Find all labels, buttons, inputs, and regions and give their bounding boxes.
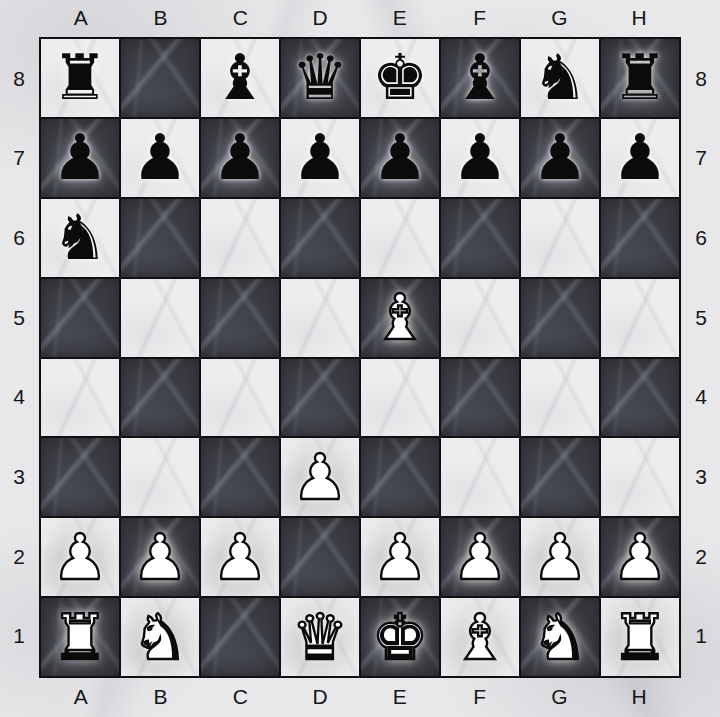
square-b2[interactable]: ♟ bbox=[121, 518, 199, 596]
square-a7[interactable]: ♟ bbox=[41, 119, 119, 197]
square-g3[interactable] bbox=[521, 438, 599, 516]
square-b6[interactable] bbox=[121, 199, 199, 277]
piece-black-king[interactable]: ♚ bbox=[372, 46, 428, 109]
rank-label-right-2: 2 bbox=[682, 517, 720, 597]
file-label-top-d: D bbox=[280, 0, 360, 36]
piece-black-knight[interactable]: ♞ bbox=[52, 206, 108, 269]
rank-label-right-4: 4 bbox=[682, 358, 720, 438]
piece-black-rook[interactable]: ♜ bbox=[52, 46, 108, 109]
piece-black-rook[interactable]: ♜ bbox=[612, 46, 668, 109]
square-h1[interactable]: ♜ bbox=[601, 598, 679, 676]
rank-label-right-7: 7 bbox=[682, 119, 720, 199]
square-g6[interactable] bbox=[521, 199, 599, 277]
square-c5[interactable] bbox=[201, 279, 279, 357]
rank-label-left-6: 6 bbox=[0, 198, 38, 278]
piece-white-king[interactable]: ♚ bbox=[372, 606, 428, 669]
rank-label-right-8: 8 bbox=[682, 39, 720, 119]
piece-white-pawn[interactable]: ♟ bbox=[532, 526, 588, 589]
piece-white-queen[interactable]: ♛ bbox=[292, 606, 348, 669]
file-label-bottom-a: A bbox=[41, 678, 121, 716]
square-g8[interactable]: ♞ bbox=[521, 39, 599, 117]
file-labels-top: ABCDEFGH bbox=[41, 0, 679, 36]
piece-black-pawn[interactable]: ♟ bbox=[372, 126, 428, 189]
square-c8[interactable]: ♝ bbox=[201, 39, 279, 117]
piece-black-bishop[interactable]: ♝ bbox=[212, 46, 268, 109]
piece-white-rook[interactable]: ♜ bbox=[52, 606, 108, 669]
rank-label-right-1: 1 bbox=[682, 596, 720, 676]
square-h6[interactable] bbox=[601, 199, 679, 277]
square-c4[interactable] bbox=[201, 359, 279, 437]
square-d5[interactable] bbox=[281, 279, 359, 357]
square-f6[interactable] bbox=[441, 199, 519, 277]
rank-label-left-7: 7 bbox=[0, 119, 38, 199]
piece-white-pawn[interactable]: ♟ bbox=[132, 526, 188, 589]
square-a8[interactable]: ♜ bbox=[41, 39, 119, 117]
square-d4[interactable] bbox=[281, 359, 359, 437]
file-label-top-g: G bbox=[520, 0, 600, 36]
square-g2[interactable]: ♟ bbox=[521, 518, 599, 596]
square-e1[interactable]: ♚ bbox=[361, 598, 439, 676]
rank-label-left-5: 5 bbox=[0, 278, 38, 358]
rank-labels-right: 87654321 bbox=[682, 39, 720, 676]
rank-label-left-2: 2 bbox=[0, 517, 38, 597]
square-d6[interactable] bbox=[281, 199, 359, 277]
piece-white-pawn[interactable]: ♟ bbox=[612, 526, 668, 589]
square-h7[interactable]: ♟ bbox=[601, 119, 679, 197]
square-f5[interactable] bbox=[441, 279, 519, 357]
square-c3[interactable] bbox=[201, 438, 279, 516]
piece-black-queen[interactable]: ♛ bbox=[292, 46, 348, 109]
square-e4[interactable] bbox=[361, 359, 439, 437]
piece-black-pawn[interactable]: ♟ bbox=[132, 126, 188, 189]
piece-white-bishop[interactable]: ♝ bbox=[372, 286, 428, 349]
square-e8[interactable]: ♚ bbox=[361, 39, 439, 117]
file-label-top-f: F bbox=[440, 0, 520, 36]
rank-label-left-4: 4 bbox=[0, 358, 38, 438]
square-f4[interactable] bbox=[441, 359, 519, 437]
file-label-bottom-e: E bbox=[360, 678, 440, 716]
file-label-bottom-h: H bbox=[599, 678, 679, 716]
file-labels-bottom: ABCDEFGH bbox=[41, 678, 679, 716]
square-d3[interactable]: ♟ bbox=[281, 438, 359, 516]
square-d1[interactable]: ♛ bbox=[281, 598, 359, 676]
square-h5[interactable] bbox=[601, 279, 679, 357]
square-e7[interactable]: ♟ bbox=[361, 119, 439, 197]
rank-label-right-6: 6 bbox=[682, 198, 720, 278]
square-a4[interactable] bbox=[41, 359, 119, 437]
piece-white-pawn[interactable]: ♟ bbox=[452, 526, 508, 589]
square-a5[interactable] bbox=[41, 279, 119, 357]
piece-black-pawn[interactable]: ♟ bbox=[532, 126, 588, 189]
square-b3[interactable] bbox=[121, 438, 199, 516]
square-f3[interactable] bbox=[441, 438, 519, 516]
file-label-top-a: A bbox=[41, 0, 121, 36]
file-label-top-e: E bbox=[360, 0, 440, 36]
square-a6[interactable]: ♞ bbox=[41, 199, 119, 277]
rank-label-right-3: 3 bbox=[682, 437, 720, 517]
piece-white-pawn[interactable]: ♟ bbox=[52, 526, 108, 589]
piece-white-pawn[interactable]: ♟ bbox=[292, 446, 348, 509]
square-c7[interactable]: ♟ bbox=[201, 119, 279, 197]
square-e6[interactable] bbox=[361, 199, 439, 277]
chess-app: ABCDEFGH ABCDEFGH 87654321 87654321 ♜♝♛♚… bbox=[0, 0, 720, 717]
file-label-top-c: C bbox=[201, 0, 281, 36]
square-d8[interactable]: ♛ bbox=[281, 39, 359, 117]
rank-labels-left: 87654321 bbox=[0, 39, 38, 676]
square-h2[interactable]: ♟ bbox=[601, 518, 679, 596]
piece-black-pawn[interactable]: ♟ bbox=[212, 126, 268, 189]
square-g5[interactable] bbox=[521, 279, 599, 357]
rank-label-left-8: 8 bbox=[0, 39, 38, 119]
file-label-bottom-c: C bbox=[201, 678, 281, 716]
rank-label-left-3: 3 bbox=[0, 437, 38, 517]
file-label-top-h: H bbox=[599, 0, 679, 36]
piece-white-knight[interactable]: ♞ bbox=[132, 606, 188, 669]
square-b8[interactable] bbox=[121, 39, 199, 117]
piece-white-knight[interactable]: ♞ bbox=[532, 606, 588, 669]
piece-white-pawn[interactable]: ♟ bbox=[372, 526, 428, 589]
piece-black-bishop[interactable]: ♝ bbox=[452, 46, 508, 109]
file-label-bottom-f: F bbox=[440, 678, 520, 716]
square-h4[interactable] bbox=[601, 359, 679, 437]
file-label-bottom-d: D bbox=[280, 678, 360, 716]
square-b1[interactable]: ♞ bbox=[121, 598, 199, 676]
square-g1[interactable]: ♞ bbox=[521, 598, 599, 676]
rank-label-right-5: 5 bbox=[682, 278, 720, 358]
square-a3[interactable] bbox=[41, 438, 119, 516]
square-b4[interactable] bbox=[121, 359, 199, 437]
piece-black-pawn[interactable]: ♟ bbox=[52, 126, 108, 189]
piece-white-rook[interactable]: ♜ bbox=[612, 606, 668, 669]
file-label-bottom-b: B bbox=[121, 678, 201, 716]
piece-black-pawn[interactable]: ♟ bbox=[452, 126, 508, 189]
square-g4[interactable] bbox=[521, 359, 599, 437]
rank-label-left-1: 1 bbox=[0, 596, 38, 676]
piece-black-pawn[interactable]: ♟ bbox=[292, 126, 348, 189]
square-d2[interactable] bbox=[281, 518, 359, 596]
file-label-bottom-g: G bbox=[520, 678, 600, 716]
square-e5-selected[interactable]: ♝ bbox=[361, 279, 439, 357]
square-b5[interactable] bbox=[121, 279, 199, 357]
piece-white-pawn[interactable]: ♟ bbox=[212, 526, 268, 589]
square-f1[interactable]: ♝ bbox=[441, 598, 519, 676]
square-d7[interactable]: ♟ bbox=[281, 119, 359, 197]
square-g7[interactable]: ♟ bbox=[521, 119, 599, 197]
piece-black-knight[interactable]: ♞ bbox=[532, 46, 588, 109]
file-label-top-b: B bbox=[121, 0, 201, 36]
square-h8[interactable]: ♜ bbox=[601, 39, 679, 117]
square-a1[interactable]: ♜ bbox=[41, 598, 119, 676]
square-e3[interactable] bbox=[361, 438, 439, 516]
chess-board: ♜♝♛♚♝♞♜♟♟♟♟♟♟♟♟♞♝♟♟♟♟♟♟♟♟♜♞♛♚♝♞♜ bbox=[39, 37, 681, 678]
square-c2[interactable]: ♟ bbox=[201, 518, 279, 596]
square-c1[interactable] bbox=[201, 598, 279, 676]
piece-black-pawn[interactable]: ♟ bbox=[612, 126, 668, 189]
square-e2[interactable]: ♟ bbox=[361, 518, 439, 596]
square-c6[interactable] bbox=[201, 199, 279, 277]
square-b7[interactable]: ♟ bbox=[121, 119, 199, 197]
piece-white-bishop[interactable]: ♝ bbox=[452, 606, 508, 669]
square-f8[interactable]: ♝ bbox=[441, 39, 519, 117]
square-f2[interactable]: ♟ bbox=[441, 518, 519, 596]
square-f7[interactable]: ♟ bbox=[441, 119, 519, 197]
square-a2[interactable]: ♟ bbox=[41, 518, 119, 596]
square-h3[interactable] bbox=[601, 438, 679, 516]
